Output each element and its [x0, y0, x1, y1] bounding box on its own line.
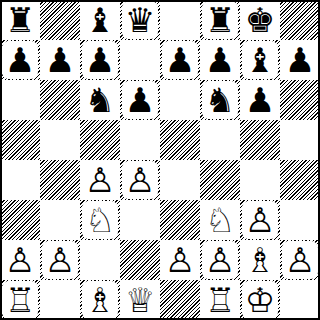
square-c2[interactable]	[80, 240, 120, 280]
piece-black-bishop[interactable]: ♝	[242, 41, 278, 79]
square-g8[interactable]: ♚	[240, 0, 280, 40]
piece-black-pawn[interactable]: ♟	[2, 41, 38, 79]
piece-white-pawn[interactable]: ♙	[202, 241, 238, 279]
square-c7[interactable]: ♟	[80, 40, 120, 80]
piece-white-king[interactable]: ♔	[242, 281, 278, 319]
piece-white-pawn[interactable]: ♙	[242, 201, 278, 239]
square-d4[interactable]: ♙	[120, 160, 160, 200]
piece-black-queen[interactable]: ♛	[122, 1, 158, 39]
square-g7[interactable]: ♝	[240, 40, 280, 80]
piece-black-knight[interactable]: ♞	[82, 81, 118, 119]
piece-white-queen[interactable]: ♕	[122, 281, 158, 319]
piece-white-pawn[interactable]: ♙	[2, 241, 38, 279]
chess-board: ♜♝♛♜♚♟♟♟♟♟♝♟♞♟♞♟♙♙♘♘♙♙♙♙♙♗♙♖♗♕♖♔	[0, 0, 320, 320]
square-f4[interactable]	[200, 160, 240, 200]
piece-black-bishop[interactable]: ♝	[82, 1, 118, 39]
piece-white-pawn[interactable]: ♙	[82, 161, 118, 199]
square-e7[interactable]: ♟	[160, 40, 200, 80]
square-b1[interactable]	[40, 280, 80, 320]
square-f6[interactable]: ♞	[200, 80, 240, 120]
square-d8[interactable]: ♛	[120, 0, 160, 40]
piece-black-knight[interactable]: ♞	[202, 81, 238, 119]
square-a8[interactable]: ♜	[0, 0, 40, 40]
square-a1[interactable]: ♖	[0, 280, 40, 320]
square-g5[interactable]	[240, 120, 280, 160]
piece-black-pawn[interactable]: ♟	[122, 81, 158, 119]
square-h7[interactable]: ♟	[280, 40, 320, 80]
square-a4[interactable]	[0, 160, 40, 200]
square-a5[interactable]	[0, 120, 40, 160]
square-g3[interactable]: ♙	[240, 200, 280, 240]
piece-white-rook[interactable]: ♖	[2, 281, 38, 319]
piece-white-bishop[interactable]: ♗	[82, 281, 118, 319]
piece-white-pawn[interactable]: ♙	[42, 241, 78, 279]
square-e6[interactable]	[160, 80, 200, 120]
piece-black-rook[interactable]: ♜	[202, 1, 238, 39]
piece-black-pawn[interactable]: ♟	[202, 41, 238, 79]
piece-black-pawn[interactable]: ♟	[162, 41, 198, 79]
square-e5[interactable]	[160, 120, 200, 160]
square-f5[interactable]	[200, 120, 240, 160]
piece-white-knight[interactable]: ♘	[202, 201, 238, 239]
square-c8[interactable]: ♝	[80, 0, 120, 40]
square-b4[interactable]	[40, 160, 80, 200]
square-h5[interactable]	[280, 120, 320, 160]
piece-white-pawn[interactable]: ♙	[122, 161, 158, 199]
piece-white-rook[interactable]: ♖	[202, 281, 238, 319]
piece-black-pawn[interactable]: ♟	[282, 41, 318, 79]
square-g4[interactable]	[240, 160, 280, 200]
square-a6[interactable]	[0, 80, 40, 120]
piece-black-pawn[interactable]: ♟	[42, 41, 78, 79]
square-b6[interactable]	[40, 80, 80, 120]
square-e3[interactable]	[160, 200, 200, 240]
piece-white-bishop[interactable]: ♗	[242, 241, 278, 279]
square-c5[interactable]	[80, 120, 120, 160]
square-e8[interactable]	[160, 0, 200, 40]
square-d6[interactable]: ♟	[120, 80, 160, 120]
square-e1[interactable]	[160, 280, 200, 320]
square-h1[interactable]	[280, 280, 320, 320]
square-b7[interactable]: ♟	[40, 40, 80, 80]
piece-black-rook[interactable]: ♜	[2, 1, 38, 39]
square-h3[interactable]	[280, 200, 320, 240]
square-f7[interactable]: ♟	[200, 40, 240, 80]
piece-black-king[interactable]: ♚	[242, 1, 278, 39]
square-c6[interactable]: ♞	[80, 80, 120, 120]
piece-black-pawn[interactable]: ♟	[82, 41, 118, 79]
piece-white-pawn[interactable]: ♙	[162, 241, 198, 279]
square-f3[interactable]: ♘	[200, 200, 240, 240]
square-d5[interactable]	[120, 120, 160, 160]
square-b8[interactable]	[40, 0, 80, 40]
square-h2[interactable]: ♙	[280, 240, 320, 280]
square-e2[interactable]: ♙	[160, 240, 200, 280]
square-g2[interactable]: ♗	[240, 240, 280, 280]
square-d1[interactable]: ♕	[120, 280, 160, 320]
square-b2[interactable]: ♙	[40, 240, 80, 280]
square-g6[interactable]: ♟	[240, 80, 280, 120]
square-d7[interactable]	[120, 40, 160, 80]
square-a3[interactable]	[0, 200, 40, 240]
piece-white-pawn[interactable]: ♙	[282, 241, 318, 279]
piece-black-pawn[interactable]: ♟	[242, 81, 278, 119]
square-h8[interactable]	[280, 0, 320, 40]
square-a7[interactable]: ♟	[0, 40, 40, 80]
square-c3[interactable]: ♘	[80, 200, 120, 240]
square-f8[interactable]: ♜	[200, 0, 240, 40]
square-b5[interactable]	[40, 120, 80, 160]
square-c1[interactable]: ♗	[80, 280, 120, 320]
square-c4[interactable]: ♙	[80, 160, 120, 200]
square-f1[interactable]: ♖	[200, 280, 240, 320]
square-h4[interactable]	[280, 160, 320, 200]
square-h6[interactable]	[280, 80, 320, 120]
square-a2[interactable]: ♙	[0, 240, 40, 280]
square-g1[interactable]: ♔	[240, 280, 280, 320]
piece-white-knight[interactable]: ♘	[82, 201, 118, 239]
square-b3[interactable]	[40, 200, 80, 240]
square-d3[interactable]	[120, 200, 160, 240]
square-f2[interactable]: ♙	[200, 240, 240, 280]
square-d2[interactable]	[120, 240, 160, 280]
square-e4[interactable]	[160, 160, 200, 200]
